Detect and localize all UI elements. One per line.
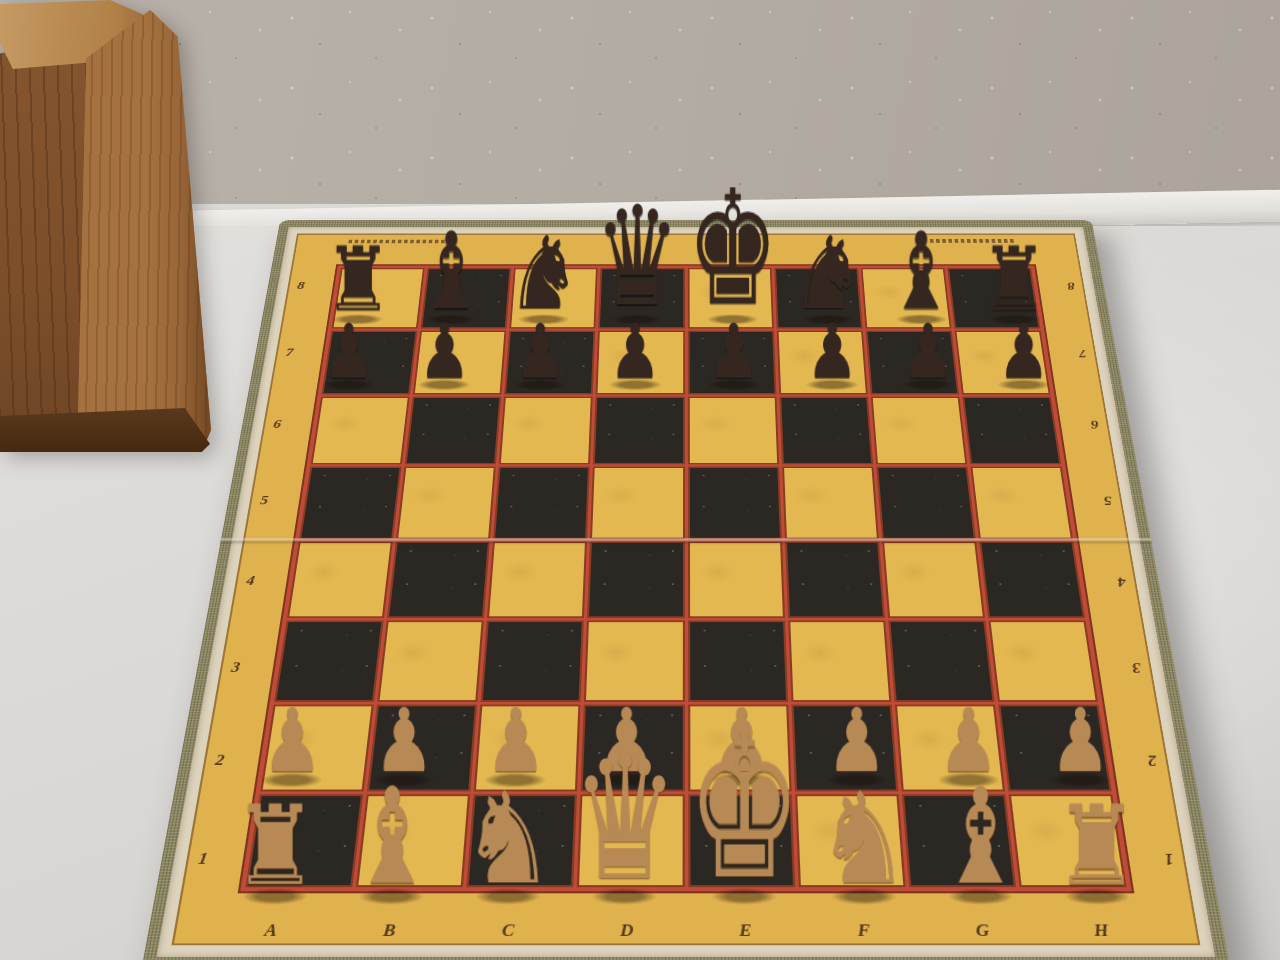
square-e5[interactable] [689,468,779,537]
wooden-piece-box [0,0,232,452]
piece-white-pawn-a2[interactable]: ♟ [261,702,322,782]
piece-white-rook-a1[interactable]: ♜ [232,798,318,897]
piece-cell-d1[interactable]: ♛ [570,797,679,907]
box-base-shadow [0,408,210,452]
square-h7[interactable] [956,332,1048,393]
square-f8[interactable] [776,269,861,327]
coord-label-b: B [333,916,446,944]
piece-cell-g1[interactable]: ♝ [918,797,1036,907]
square-b7[interactable] [415,332,505,393]
piece-cell-a1[interactable]: ♜ [219,797,342,907]
piece-white-knight-f1[interactable]: ♞ [817,784,911,898]
coord-label-a: A [213,916,328,944]
square-a5[interactable] [301,468,399,537]
coord-label-g: G [926,916,1039,944]
square-f5[interactable] [784,468,877,537]
square-e8[interactable] [689,269,772,327]
square-e7[interactable] [689,332,774,393]
file-labels-top [326,234,1046,251]
square-b5[interactable] [398,468,493,537]
piece-cell-h2[interactable]: ♟ [1019,707,1134,791]
square-g8[interactable] [862,269,949,327]
piece-white-rook-h1[interactable]: ♜ [1054,798,1140,897]
piece-cell-h1[interactable]: ♜ [1030,797,1153,907]
square-b8[interactable] [423,269,510,327]
square-e6[interactable] [689,398,776,463]
piece-white-king-e1[interactable]: ♚ [687,719,802,897]
piece-cell-f1[interactable]: ♞ [805,797,919,907]
piece-cell-c1[interactable]: ♞ [453,797,567,907]
coord-label-h: H [1044,916,1159,944]
square-f7[interactable] [778,332,865,393]
square-h5[interactable] [972,468,1070,537]
square-d8[interactable] [600,269,683,327]
square-c6[interactable] [501,398,591,463]
square-g7[interactable] [867,332,957,393]
square-d5[interactable] [592,468,682,537]
square-g6[interactable] [873,398,965,463]
square-f6[interactable] [781,398,871,463]
piece-cell-e1[interactable]: ♚ [687,797,802,907]
square-g5[interactable] [878,468,973,537]
piece-white-queen-d1[interactable]: ♛ [571,742,678,897]
piece-white-knight-c1[interactable]: ♞ [461,784,555,898]
square-a6[interactable] [313,398,408,463]
square-b6[interactable] [407,398,499,463]
square-h6[interactable] [964,398,1059,463]
square-h8[interactable] [949,269,1038,327]
square-c5[interactable] [495,468,588,537]
photo-scene: ABCDEFGH 87654321 87654321 ♜♝♞♛♚♞♝♜♟♟♟♟♟… [0,0,1280,960]
piece-white-bishop-b1[interactable]: ♝ [350,778,434,898]
piece-cell-a2[interactable]: ♟ [238,707,353,791]
coord-label-f: F [808,916,920,944]
square-a7[interactable] [324,332,416,393]
square-c8[interactable] [511,269,596,327]
coord-label-e: E [690,916,801,944]
square-d6[interactable] [595,398,682,463]
file-labels-bottom: ABCDEFGH [213,916,1158,944]
piece-white-pawn-h2[interactable]: ♟ [1050,702,1111,782]
square-a8[interactable] [334,269,423,327]
piece-cell-b1[interactable]: ♝ [336,797,454,907]
chessboard: ABCDEFGH 87654321 87654321 ♜♝♞♛♚♞♝♜♟♟♟♟♟… [141,220,1230,960]
coord-label-c: C [452,916,564,944]
coord-label-d: D [571,916,682,944]
piece-white-bishop-g1[interactable]: ♝ [938,778,1022,898]
square-c7[interactable] [506,332,593,393]
square-d7[interactable] [598,332,683,393]
